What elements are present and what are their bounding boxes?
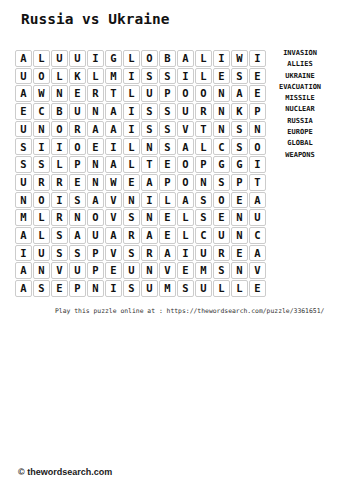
grid-cell-r12c10: I <box>177 245 194 262</box>
grid-cell-r9c6: V <box>105 192 122 209</box>
grid-cell-r3c5: R <box>87 85 104 102</box>
grid-cell-r14c2: S <box>33 280 50 297</box>
word-list-item: NUCLEAR <box>258 104 342 115</box>
grid-cell-r13c10: E <box>177 262 194 279</box>
grid-cell-r3c1: A <box>15 85 32 102</box>
grid-cell-r6c10: A <box>177 138 194 155</box>
grid-cell-r13c5: P <box>87 262 104 279</box>
grid-cell-r10c10: L <box>177 209 194 226</box>
grid-cell-r7c7: L <box>123 156 140 173</box>
grid-cell-r11c9: E <box>159 227 176 244</box>
grid-cell-r14c10: S <box>177 280 194 297</box>
word-list-item: RUSSIA <box>258 116 342 127</box>
grid-cell-r9c9: L <box>159 192 176 209</box>
grid-cell-r13c6: E <box>105 262 122 279</box>
grid-cell-r4c9: S <box>159 103 176 120</box>
grid-cell-r14c13: L <box>231 280 248 297</box>
grid-cell-r5c10: V <box>177 121 194 138</box>
grid-cell-r11c10: L <box>177 227 194 244</box>
grid-cell-r8c5: N <box>87 174 104 191</box>
grid-cell-r13c1: A <box>15 262 32 279</box>
grid-cell-r12c8: R <box>141 245 158 262</box>
grid-cell-r1c9: B <box>159 50 176 67</box>
site-copyright: © thewordsearch.com <box>18 467 112 477</box>
grid-cell-r1c1: A <box>15 50 32 67</box>
grid-cell-r13c9: V <box>159 262 176 279</box>
grid-cell-r9c3: I <box>51 192 68 209</box>
grid-cell-r6c4: O <box>69 138 86 155</box>
grid-cell-r12c7: S <box>123 245 140 262</box>
grid-cell-r1c11: L <box>195 50 212 67</box>
grid-cell-r7c10: O <box>177 156 194 173</box>
grid-cell-r7c12: G <box>213 156 230 173</box>
grid-cell-r14c12: L <box>213 280 230 297</box>
grid-cell-r9c13: E <box>231 192 248 209</box>
grid-cell-r3c13: A <box>231 85 248 102</box>
grid-cell-r11c4: A <box>69 227 86 244</box>
grid-cell-r12c9: A <box>159 245 176 262</box>
play-online-text: Play this puzzle online at : https://the… <box>55 307 324 315</box>
grid-cell-r2c13: S <box>231 68 248 85</box>
grid-cell-r13c3: V <box>51 262 68 279</box>
grid-cell-r8c7: E <box>123 174 140 191</box>
grid-cell-r5c2: N <box>33 121 50 138</box>
grid-cell-r4c7: I <box>123 103 140 120</box>
grid-cell-r11c6: A <box>105 227 122 244</box>
grid-cell-r10c3: R <box>51 209 68 226</box>
puzzle-title: Russia vs Ukraine <box>21 11 169 27</box>
grid-cell-r3c7: L <box>123 85 140 102</box>
grid-cell-r11c2: L <box>33 227 50 244</box>
grid-cell-r2c5: L <box>87 68 104 85</box>
word-list-item: ALLIES <box>258 59 342 70</box>
grid-cell-r13c11: M <box>195 262 212 279</box>
grid-cell-r14c8: U <box>141 280 158 297</box>
grid-cell-r3c9: P <box>159 85 176 102</box>
grid-cell-r11c5: U <box>87 227 104 244</box>
grid-cell-r10c5: O <box>87 209 104 226</box>
grid-cell-r7c5: N <box>87 156 104 173</box>
grid-cell-r1c4: U <box>69 50 86 67</box>
grid-cell-r14c11: U <box>195 280 212 297</box>
grid-cell-r6c7: L <box>123 138 140 155</box>
grid-cell-r8c11: N <box>195 174 212 191</box>
grid-cell-r14c6: I <box>105 280 122 297</box>
grid-cell-r10c1: M <box>15 209 32 226</box>
grid-cell-r12c1: I <box>15 245 32 262</box>
grid-cell-r4c2: C <box>33 103 50 120</box>
grid-cell-r5c7: I <box>123 121 140 138</box>
grid-cell-r13c4: U <box>69 262 86 279</box>
grid-cell-r12c5: P <box>87 245 104 262</box>
grid-cell-r13c13: N <box>231 262 248 279</box>
grid-cell-r1c7: L <box>123 50 140 67</box>
grid-cell-r1c3: U <box>51 50 68 67</box>
word-search-grid: ALUUIGLOBALIWIUOLKLMISSILESEAWNERTLUPOON… <box>15 50 266 297</box>
grid-cell-r2c1: U <box>15 68 32 85</box>
grid-cell-r8c8: A <box>141 174 158 191</box>
grid-cell-r9c11: S <box>195 192 212 209</box>
grid-cell-r3c2: W <box>33 85 50 102</box>
word-list-item: GLOBAL <box>258 138 342 149</box>
grid-cell-r2c10: I <box>177 68 194 85</box>
grid-cell-r2c4: K <box>69 68 86 85</box>
grid-cell-r10c8: N <box>141 209 158 226</box>
grid-cell-r3c12: N <box>213 85 230 102</box>
word-list-item: WEAPONS <box>258 150 342 161</box>
grid-cell-r14c5: N <box>87 280 104 297</box>
grid-cell-r5c9: S <box>159 121 176 138</box>
grid-cell-r4c4: U <box>69 103 86 120</box>
grid-cell-r6c9: S <box>159 138 176 155</box>
grid-cell-r7c8: T <box>141 156 158 173</box>
word-list-item: EUROPE <box>258 127 342 138</box>
grid-cell-r9c5: A <box>87 192 104 209</box>
grid-cell-r12c13: E <box>231 245 248 262</box>
grid-cell-r6c6: I <box>105 138 122 155</box>
grid-cell-r14c1: A <box>15 280 32 297</box>
grid-cell-r11c8: A <box>141 227 158 244</box>
grid-cell-r12c12: R <box>213 245 230 262</box>
grid-cell-r3c11: O <box>195 85 212 102</box>
grid-cell-r2c7: I <box>123 68 140 85</box>
grid-cell-r7c6: A <box>105 156 122 173</box>
grid-cell-r1c10: A <box>177 50 194 67</box>
grid-cell-r10c12: E <box>213 209 230 226</box>
grid-cell-r5c12: N <box>213 121 230 138</box>
grid-cell-r11c11: C <box>195 227 212 244</box>
grid-cell-r14c3: E <box>51 280 68 297</box>
grid-cell-r2c12: E <box>213 68 230 85</box>
grid-cell-r11c14: C <box>249 227 266 244</box>
grid-cell-r5c6: A <box>105 121 122 138</box>
grid-cell-r4c13: K <box>231 103 248 120</box>
grid-cell-r4c6: A <box>105 103 122 120</box>
grid-cell-r8c6: W <box>105 174 122 191</box>
grid-cell-r11c1: A <box>15 227 32 244</box>
grid-cell-r5c8: S <box>141 121 158 138</box>
grid-cell-r6c13: S <box>231 138 248 155</box>
word-list-item: INVASION <box>258 48 342 59</box>
grid-cell-r2c8: S <box>141 68 158 85</box>
grid-cell-r6c2: I <box>33 138 50 155</box>
grid-cell-r9c14: A <box>249 192 266 209</box>
grid-cell-r3c10: O <box>177 85 194 102</box>
grid-cell-r9c12: O <box>213 192 230 209</box>
grid-cell-r4c3: B <box>51 103 68 120</box>
grid-cell-r14c9: M <box>159 280 176 297</box>
grid-cell-r2c6: M <box>105 68 122 85</box>
grid-cell-r6c5: E <box>87 138 104 155</box>
grid-cell-r12c4: S <box>69 245 86 262</box>
grid-cell-r8c14: T <box>249 174 266 191</box>
grid-cell-r12c14: A <box>249 245 266 262</box>
word-list-item: MISSILE <box>258 93 342 104</box>
grid-cell-r1c6: G <box>105 50 122 67</box>
grid-cell-r12c6: V <box>105 245 122 262</box>
grid-cell-r1c2: L <box>33 50 50 67</box>
grid-cell-r5c1: U <box>15 121 32 138</box>
grid-cell-r11c12: U <box>213 227 230 244</box>
grid-cell-r7c13: G <box>231 156 248 173</box>
grid-cell-r8c12: S <box>213 174 230 191</box>
grid-cell-r10c7: S <box>123 209 140 226</box>
grid-cell-r2c11: L <box>195 68 212 85</box>
grid-cell-r4c5: N <box>87 103 104 120</box>
grid-cell-r4c1: E <box>15 103 32 120</box>
word-list: INVASIONALLIESUKRAINEEVACUATIONMISSILENU… <box>258 48 342 161</box>
grid-cell-r3c6: T <box>105 85 122 102</box>
grid-cell-r10c9: E <box>159 209 176 226</box>
grid-cell-r3c4: E <box>69 85 86 102</box>
grid-cell-r9c1: N <box>15 192 32 209</box>
grid-cell-r10c11: S <box>195 209 212 226</box>
grid-cell-r7c1: S <box>15 156 32 173</box>
grid-cell-r8c13: P <box>231 174 248 191</box>
grid-cell-r11c3: S <box>51 227 68 244</box>
grid-cell-r2c2: O <box>33 68 50 85</box>
grid-cell-r12c11: U <box>195 245 212 262</box>
grid-cell-r8c4: E <box>69 174 86 191</box>
grid-cell-r9c7: N <box>123 192 140 209</box>
grid-cell-r6c8: N <box>141 138 158 155</box>
grid-cell-r9c4: S <box>69 192 86 209</box>
grid-cell-r7c11: P <box>195 156 212 173</box>
grid-cell-r13c14: V <box>249 262 266 279</box>
word-list-item: UKRAINE <box>258 71 342 82</box>
grid-cell-r8c1: U <box>15 174 32 191</box>
grid-cell-r6c11: L <box>195 138 212 155</box>
grid-cell-r10c2: L <box>33 209 50 226</box>
grid-cell-r8c10: O <box>177 174 194 191</box>
grid-cell-r8c2: R <box>33 174 50 191</box>
grid-cell-r1c13: W <box>231 50 248 67</box>
grid-cell-r10c4: N <box>69 209 86 226</box>
puzzle-page: Russia vs Ukraine ALUUIGLOBALIWIUOLKLMIS… <box>0 0 353 500</box>
grid-cell-r1c5: I <box>87 50 104 67</box>
grid-cell-r2c3: L <box>51 68 68 85</box>
grid-cell-r5c11: T <box>195 121 212 138</box>
grid-cell-r9c8: I <box>141 192 158 209</box>
grid-cell-r11c7: R <box>123 227 140 244</box>
grid-cell-r5c5: A <box>87 121 104 138</box>
grid-cell-r14c4: P <box>69 280 86 297</box>
grid-cell-r8c9: P <box>159 174 176 191</box>
grid-cell-r10c14: U <box>249 209 266 226</box>
grid-cell-r14c7: S <box>123 280 140 297</box>
grid-cell-r14c14: E <box>249 280 266 297</box>
grid-cell-r10c13: N <box>231 209 248 226</box>
grid-cell-r12c2: U <box>33 245 50 262</box>
grid-cell-r10c6: V <box>105 209 122 226</box>
grid-cell-r6c12: C <box>213 138 230 155</box>
grid-cell-r13c8: N <box>141 262 158 279</box>
grid-cell-r9c2: O <box>33 192 50 209</box>
grid-cell-r1c8: O <box>141 50 158 67</box>
grid-cell-r4c8: S <box>141 103 158 120</box>
grid-cell-r8c3: R <box>51 174 68 191</box>
grid-cell-r5c4: R <box>69 121 86 138</box>
grid-cell-r7c2: S <box>33 156 50 173</box>
grid-cell-r4c12: N <box>213 103 230 120</box>
grid-cell-r5c13: S <box>231 121 248 138</box>
grid-cell-r9c10: A <box>177 192 194 209</box>
grid-cell-r3c8: U <box>141 85 158 102</box>
grid-cell-r11c13: N <box>231 227 248 244</box>
grid-cell-r4c11: R <box>195 103 212 120</box>
grid-cell-r12c3: S <box>51 245 68 262</box>
grid-cell-r13c7: U <box>123 262 140 279</box>
grid-cell-r13c12: S <box>213 262 230 279</box>
grid-cell-r2c9: S <box>159 68 176 85</box>
grid-cell-r5c3: O <box>51 121 68 138</box>
grid-cell-r6c1: S <box>15 138 32 155</box>
grid-cell-r4c10: U <box>177 103 194 120</box>
grid-cell-r3c3: N <box>51 85 68 102</box>
grid-cell-r6c3: I <box>51 138 68 155</box>
grid-cell-r13c2: N <box>33 262 50 279</box>
grid-cell-r1c12: I <box>213 50 230 67</box>
grid-cell-r7c3: L <box>51 156 68 173</box>
word-list-item: EVACUATION <box>258 82 342 93</box>
grid-cell-r7c9: E <box>159 156 176 173</box>
grid-cell-r7c4: P <box>69 156 86 173</box>
